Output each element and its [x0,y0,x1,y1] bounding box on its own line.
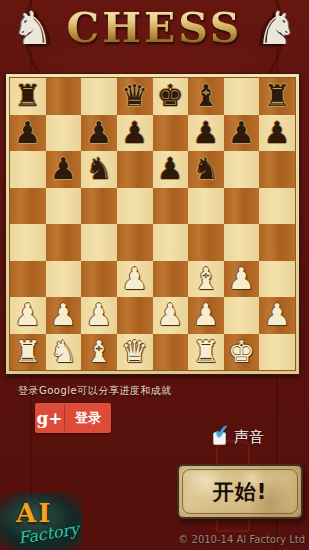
title-bar: ♞ CHESS ♞ [0,0,309,58]
piece-white-knight: ♞ [50,337,77,367]
piece-black-knight: ♞ [192,154,219,184]
square-e5[interactable] [153,188,189,225]
square-e7[interactable] [153,115,189,152]
square-b6[interactable]: ♟ [46,151,82,188]
square-d8[interactable]: ♛ [117,78,153,115]
square-h7[interactable]: ♟ [259,115,295,152]
square-f8[interactable]: ♝ [188,78,224,115]
start-button[interactable]: 开始! [177,464,303,519]
square-f7[interactable]: ♟ [188,115,224,152]
square-h1[interactable] [259,334,295,371]
square-f2[interactable]: ♟ [188,297,224,334]
piece-black-pawn: ♟ [228,118,255,148]
square-b3[interactable] [46,261,82,298]
square-c2[interactable]: ♟ [81,297,117,334]
square-g6[interactable] [224,151,260,188]
start-button-label: 开始! [213,478,268,506]
square-a7[interactable]: ♟ [10,115,46,152]
square-c8[interactable] [81,78,117,115]
square-d6[interactable] [117,151,153,188]
piece-white-queen: ♛ [121,337,148,367]
piece-white-pawn: ♟ [228,264,255,294]
square-c6[interactable]: ♞ [81,151,117,188]
square-a6[interactable] [10,151,46,188]
piece-black-pawn: ♟ [14,118,41,148]
square-g8[interactable] [224,78,260,115]
square-f5[interactable] [188,188,224,225]
piece-black-rook: ♜ [264,81,291,111]
square-e3[interactable] [153,261,189,298]
square-a3[interactable] [10,261,46,298]
square-c1[interactable]: ♝ [81,334,117,371]
square-d5[interactable] [117,188,153,225]
chess-board-frame: ♜♛♚♝♜♟♟♟♟♟♟♟♞♟♞♟♝♟♟♟♟♟♟♟♜♞♝♛♜♚ [5,73,300,375]
knight-icon-right: ♞ [256,0,297,56]
square-c3[interactable] [81,261,117,298]
piece-black-knight: ♞ [86,154,113,184]
piece-black-pawn: ♟ [121,118,148,148]
square-a5[interactable] [10,188,46,225]
piece-white-rook: ♜ [14,337,41,367]
square-f1[interactable]: ♜ [188,334,224,371]
piece-white-rook: ♜ [192,337,219,367]
square-b1[interactable]: ♞ [46,334,82,371]
sound-checkbox[interactable] [213,432,226,445]
piece-white-pawn: ♟ [121,264,148,294]
piece-black-pawn: ♟ [86,118,113,148]
piece-white-pawn: ♟ [157,300,184,330]
piece-black-bishop: ♝ [192,81,219,111]
square-g3[interactable]: ♟ [224,261,260,298]
square-h4[interactable] [259,224,295,261]
piece-white-king: ♚ [228,337,255,367]
square-b4[interactable] [46,224,82,261]
square-c5[interactable] [81,188,117,225]
piece-black-king: ♚ [157,81,184,111]
square-e4[interactable] [153,224,189,261]
square-e6[interactable]: ♟ [153,151,189,188]
square-d4[interactable] [117,224,153,261]
google-signin-message: 登录Google可以分享进度和成就 [18,384,172,398]
chess-app-screen: ♞ CHESS ♞ ♜♛♚♝♜♟♟♟♟♟♟♟♞♟♞♟♝♟♟♟♟♟♟♟♜♞♝♛♜♚… [0,0,309,550]
google-signin-button-label: 登录 [65,403,111,433]
piece-white-bishop: ♝ [86,337,113,367]
square-d2[interactable] [117,297,153,334]
square-h8[interactable]: ♜ [259,78,295,115]
square-h5[interactable] [259,188,295,225]
square-f4[interactable] [188,224,224,261]
square-a8[interactable]: ♜ [10,78,46,115]
piece-black-queen: ♛ [121,81,148,111]
square-g4[interactable] [224,224,260,261]
piece-white-pawn: ♟ [264,300,291,330]
piece-black-pawn: ♟ [192,118,219,148]
square-a2[interactable]: ♟ [10,297,46,334]
square-b2[interactable]: ♟ [46,297,82,334]
square-f6[interactable]: ♞ [188,151,224,188]
square-b7[interactable] [46,115,82,152]
square-d1[interactable]: ♛ [117,334,153,371]
square-d7[interactable]: ♟ [117,115,153,152]
square-b5[interactable] [46,188,82,225]
square-g5[interactable] [224,188,260,225]
piece-black-rook: ♜ [14,81,41,111]
square-a4[interactable] [10,224,46,261]
piece-white-pawn: ♟ [86,300,113,330]
square-h3[interactable] [259,261,295,298]
square-c4[interactable] [81,224,117,261]
square-g7[interactable]: ♟ [224,115,260,152]
square-a1[interactable]: ♜ [10,334,46,371]
square-b8[interactable] [46,78,82,115]
square-c7[interactable]: ♟ [81,115,117,152]
square-f3[interactable]: ♝ [188,261,224,298]
piece-white-pawn: ♟ [14,300,41,330]
piece-white-pawn: ♟ [50,300,77,330]
piece-black-pawn: ♟ [264,118,291,148]
square-g1[interactable]: ♚ [224,334,260,371]
piece-black-pawn: ♟ [157,154,184,184]
square-h6[interactable] [259,151,295,188]
piece-white-pawn: ♟ [192,300,219,330]
sound-label: 声音 [234,428,264,447]
square-d3[interactable]: ♟ [117,261,153,298]
piece-black-pawn: ♟ [50,154,77,184]
square-e8[interactable]: ♚ [153,78,189,115]
square-g2[interactable] [224,297,260,334]
square-e1[interactable] [153,334,189,371]
google-plus-icon: g+ [35,403,64,433]
square-h2[interactable]: ♟ [259,297,295,334]
square-e2[interactable]: ♟ [153,297,189,334]
piece-white-bishop: ♝ [192,264,219,294]
chess-board: ♜♛♚♝♜♟♟♟♟♟♟♟♞♟♞♟♝♟♟♟♟♟♟♟♜♞♝♛♜♚ [9,77,296,371]
copyright-text: © 2010-14 AI Factory Ltd [178,534,305,545]
google-signin-button[interactable]: g+ 登录 [35,403,111,433]
